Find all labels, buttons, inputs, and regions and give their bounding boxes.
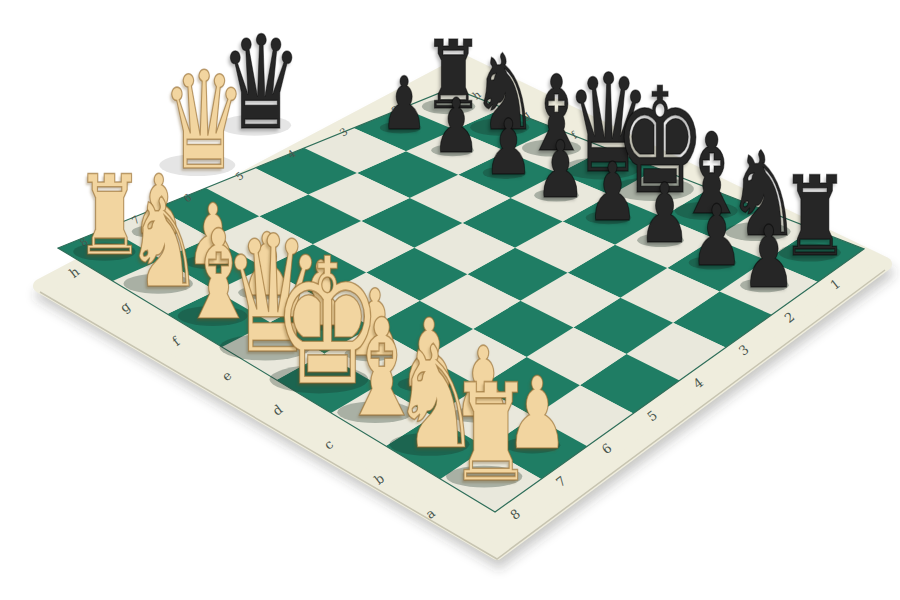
black-pawn-g2[interactable]: ♟ [433,89,481,164]
white-rook-a8[interactable]: ♜ [448,366,533,501]
black-pawn-f2[interactable]: ♟ [484,110,533,187]
black-pawn-e2[interactable]: ♟ [535,131,585,210]
black-pawn-c2[interactable]: ♟ [639,173,691,256]
black-pawn-a2[interactable]: ♟ [742,214,797,300]
chess-set-photo: a11ab22bc33cd44de55ef66fg77gh88h ♜♛♟♞♝♟♛… [0,0,900,600]
black-pawn-d2[interactable]: ♟ [587,152,638,233]
black-pawn-b2[interactable]: ♟ [690,194,743,278]
black-pawn-h2[interactable]: ♟ [381,68,427,141]
